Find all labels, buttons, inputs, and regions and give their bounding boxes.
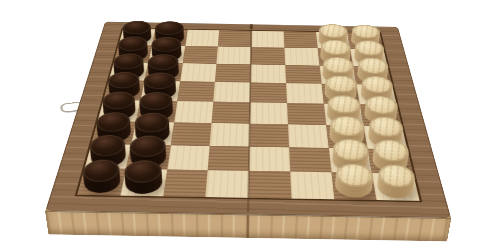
board-cell[interactable] — [163, 170, 208, 197]
checker-piece-dark[interactable] — [124, 171, 164, 195]
board-cell[interactable] — [180, 63, 217, 82]
board-cell[interactable] — [331, 173, 377, 201]
board-cell[interactable] — [210, 123, 250, 147]
board-cell[interactable] — [283, 31, 317, 48]
board-cell[interactable] — [185, 30, 219, 47]
board-cell[interactable] — [289, 147, 331, 172]
board-cell[interactable] — [170, 122, 211, 145]
board-cell[interactable] — [249, 124, 288, 148]
board-cell[interactable] — [250, 102, 288, 124]
board-cell[interactable] — [206, 170, 249, 197]
checkers-board — [45, 22, 451, 218]
checker-piece-dark[interactable] — [81, 170, 123, 194]
board-cell[interactable] — [250, 64, 285, 83]
board-cell[interactable] — [372, 173, 419, 201]
board-cell[interactable] — [215, 64, 251, 83]
board-cell[interactable] — [212, 102, 250, 124]
board-cell[interactable] — [182, 46, 218, 64]
board-cell[interactable] — [213, 82, 250, 102]
board-cell[interactable] — [248, 171, 291, 198]
checker-piece-light[interactable] — [334, 174, 373, 198]
board-cell[interactable] — [285, 65, 321, 84]
board-cell[interactable] — [286, 83, 324, 103]
board-cell[interactable] — [249, 146, 290, 171]
board-cell[interactable] — [217, 46, 251, 64]
board-cell[interactable] — [208, 146, 249, 171]
board-cell[interactable] — [174, 101, 214, 123]
board-cell[interactable] — [290, 172, 334, 200]
board-cell[interactable] — [120, 169, 167, 196]
board-frame — [45, 22, 451, 218]
board-cell[interactable] — [167, 145, 210, 170]
board-cell[interactable] — [251, 31, 284, 48]
board-cell[interactable] — [177, 81, 215, 101]
board-cell[interactable] — [77, 168, 125, 195]
board-cell[interactable] — [288, 124, 329, 148]
hinge-notch — [250, 24, 254, 29]
board-cell[interactable] — [284, 48, 319, 66]
product-photo-scene — [0, 0, 500, 251]
board-cell[interactable] — [250, 83, 287, 103]
checker-piece-light[interactable] — [375, 175, 416, 199]
scene-rotation-wrapper — [0, 0, 500, 251]
board-cell[interactable] — [251, 47, 285, 65]
board-cell[interactable] — [218, 30, 251, 47]
board-cell[interactable] — [287, 103, 326, 125]
